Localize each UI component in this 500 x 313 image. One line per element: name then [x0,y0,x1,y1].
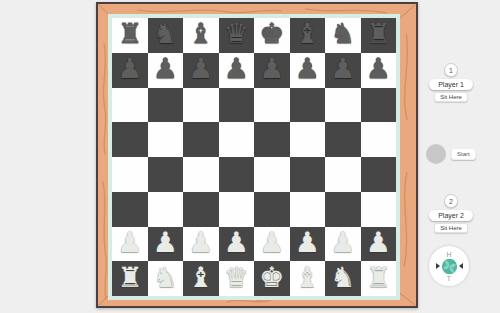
piece-white-bishop[interactable]: ♝ [188,264,213,292]
square-b7[interactable]: ♟ [148,53,184,88]
board-squares: ♜♞♝♛♚♝♞♜♟♟♟♟♟♟♟♟♟♟♟♟♟♟♟♟♜♞♝♛♚♝♞♜ [112,18,396,296]
piece-white-knight[interactable]: ♞ [330,264,355,292]
square-h6[interactable] [361,88,397,123]
piece-white-bishop[interactable]: ♝ [295,264,320,292]
coin-icon[interactable] [441,258,458,275]
square-h4[interactable] [361,157,397,192]
square-h1[interactable]: ♜ [361,261,397,296]
piece-white-rook[interactable]: ♜ [366,264,391,292]
game-table: ♜♞♝♛♚♝♞♜♟♟♟♟♟♟♟♟♟♟♟♟♟♟♟♟♜♞♝♛♚♝♞♜ 1 Playe… [0,0,500,313]
square-a7[interactable]: ♟ [112,53,148,88]
player2-seat: 2 Player 2 Sit Here [418,194,484,233]
square-g7[interactable]: ♟ [325,53,361,88]
square-d8[interactable]: ♛ [219,18,255,53]
square-d4[interactable] [219,157,255,192]
square-f4[interactable] [290,157,326,192]
square-h3[interactable] [361,192,397,227]
square-f8[interactable]: ♝ [290,18,326,53]
piece-black-rook[interactable]: ♜ [366,20,391,48]
square-a6[interactable] [112,88,148,123]
piece-black-pawn[interactable]: ♟ [224,55,249,83]
player1-seat: 1 Player 1 Sit Here [418,63,484,102]
piece-white-pawn[interactable]: ♟ [188,229,213,257]
piece-black-knight[interactable]: ♞ [153,20,178,48]
square-g2[interactable]: ♟ [325,227,361,262]
piece-black-bishop[interactable]: ♝ [188,20,213,48]
square-b3[interactable] [148,192,184,227]
square-c3[interactable] [183,192,219,227]
square-f3[interactable] [290,192,326,227]
piece-white-pawn[interactable]: ♟ [366,229,391,257]
piece-black-pawn[interactable]: ♟ [188,55,213,83]
square-c5[interactable] [183,122,219,157]
square-a1[interactable]: ♜ [112,261,148,296]
start-token-circle[interactable] [426,144,446,164]
square-h7[interactable]: ♟ [361,53,397,88]
square-d1[interactable]: ♛ [219,261,255,296]
coin-row [436,258,463,275]
square-c7[interactable]: ♟ [183,53,219,88]
square-f7[interactable]: ♟ [290,53,326,88]
square-a3[interactable] [112,192,148,227]
square-h8[interactable]: ♜ [361,18,397,53]
piece-black-pawn[interactable]: ♟ [295,55,320,83]
square-b6[interactable] [148,88,184,123]
square-d7[interactable]: ♟ [219,53,255,88]
square-a4[interactable] [112,157,148,192]
square-f5[interactable] [290,122,326,157]
square-e5[interactable] [254,122,290,157]
piece-black-pawn[interactable]: ♟ [117,55,142,83]
left-arrow-icon [436,263,440,269]
square-e1[interactable]: ♚ [254,261,290,296]
piece-white-queen[interactable]: ♛ [224,264,249,292]
square-f1[interactable]: ♝ [290,261,326,296]
piece-white-pawn[interactable]: ♟ [330,229,355,257]
square-b5[interactable] [148,122,184,157]
piece-black-pawn[interactable]: ♟ [330,55,355,83]
square-f6[interactable] [290,88,326,123]
start-area: Start [426,144,476,164]
square-d3[interactable] [219,192,255,227]
piece-white-knight[interactable]: ♞ [153,264,178,292]
square-h5[interactable] [361,122,397,157]
square-b1[interactable]: ♞ [148,261,184,296]
piece-white-pawn[interactable]: ♟ [224,229,249,257]
piece-black-pawn[interactable]: ♟ [259,55,284,83]
square-g1[interactable]: ♞ [325,261,361,296]
player1-name-label: Player 1 [429,79,473,90]
player2-name-label: Player 2 [429,210,473,221]
square-e4[interactable] [254,157,290,192]
chess-board-frame: ♜♞♝♛♚♝♞♜♟♟♟♟♟♟♟♟♟♟♟♟♟♟♟♟♜♞♝♛♚♝♞♜ [96,2,418,308]
piece-white-pawn[interactable]: ♟ [153,229,178,257]
piece-black-pawn[interactable]: ♟ [366,55,391,83]
square-a8[interactable]: ♜ [112,18,148,53]
piece-white-pawn[interactable]: ♟ [295,229,320,257]
square-e2[interactable]: ♟ [254,227,290,262]
square-g3[interactable] [325,192,361,227]
square-e3[interactable] [254,192,290,227]
piece-black-bishop[interactable]: ♝ [295,20,320,48]
piece-white-rook[interactable]: ♜ [117,264,142,292]
square-a2[interactable]: ♟ [112,227,148,262]
square-e7[interactable]: ♟ [254,53,290,88]
piece-white-pawn[interactable]: ♟ [117,229,142,257]
square-d6[interactable] [219,88,255,123]
chess-board: ♜♞♝♛♚♝♞♜♟♟♟♟♟♟♟♟♟♟♟♟♟♟♟♟♜♞♝♛♚♝♞♜ [108,14,400,300]
player2-sit-here-button[interactable]: Sit Here [434,223,468,233]
player2-number: 2 [449,198,453,205]
square-c1[interactable]: ♝ [183,261,219,296]
player2-number-badge: 2 [444,194,458,208]
piece-black-knight[interactable]: ♞ [330,20,355,48]
square-g5[interactable] [325,122,361,157]
piece-black-pawn[interactable]: ♟ [153,55,178,83]
heads-label: H [446,251,451,258]
square-g6[interactable] [325,88,361,123]
player1-sit-here-button[interactable]: Sit Here [434,92,468,102]
right-arrow-icon [459,263,463,269]
square-c8[interactable]: ♝ [183,18,219,53]
square-c4[interactable] [183,157,219,192]
player1-number: 1 [449,67,453,74]
square-g4[interactable] [325,157,361,192]
tails-label: T [447,275,451,282]
piece-white-pawn[interactable]: ♟ [259,229,284,257]
square-d2[interactable]: ♟ [219,227,255,262]
square-b2[interactable]: ♟ [148,227,184,262]
square-g8[interactable]: ♞ [325,18,361,53]
piece-black-king[interactable]: ♚ [259,20,284,48]
piece-black-queen[interactable]: ♛ [224,20,249,48]
coin-flip-widget[interactable]: H T [429,246,469,286]
square-d5[interactable] [219,122,255,157]
start-button[interactable]: Start [451,148,476,160]
piece-black-rook[interactable]: ♜ [117,20,142,48]
player1-number-badge: 1 [444,63,458,77]
square-c2[interactable]: ♟ [183,227,219,262]
square-e6[interactable] [254,88,290,123]
square-h2[interactable]: ♟ [361,227,397,262]
square-c6[interactable] [183,88,219,123]
square-b4[interactable] [148,157,184,192]
square-a5[interactable] [112,122,148,157]
square-b8[interactable]: ♞ [148,18,184,53]
square-e8[interactable]: ♚ [254,18,290,53]
square-f2[interactable]: ♟ [290,227,326,262]
piece-white-king[interactable]: ♚ [259,264,284,292]
